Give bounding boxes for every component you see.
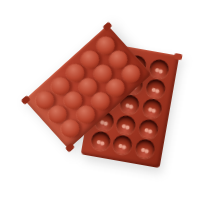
cavity: [134, 138, 156, 160]
cavity: [90, 130, 112, 152]
cavity: [141, 98, 163, 120]
cavity: [148, 58, 170, 80]
cavity: [112, 134, 134, 156]
corner-tab: [65, 143, 75, 153]
corner-tab: [174, 53, 183, 60]
corner-tab: [21, 95, 31, 105]
cavity: [115, 114, 137, 136]
product-photo: [0, 0, 200, 200]
corner-tab: [102, 22, 112, 32]
cavity: [145, 78, 167, 100]
cavity: [138, 118, 160, 140]
